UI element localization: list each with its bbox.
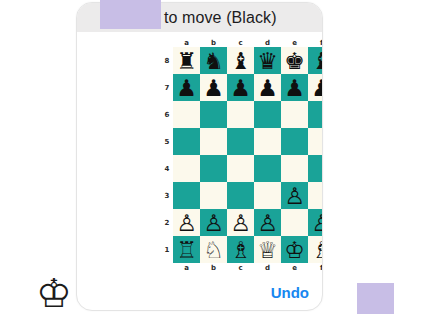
square-d8[interactable]: ♛ — [254, 47, 281, 74]
piece-black-pawn: ♟ — [227, 74, 254, 101]
piece-black-pawn: ♟ — [200, 74, 227, 101]
square-f8[interactable]: ♝ — [308, 47, 323, 74]
square-d7[interactable]: ♟ — [254, 74, 281, 101]
square-d1[interactable]: ♕ — [254, 236, 281, 263]
piece-black-king: ♚ — [281, 47, 308, 74]
piece-black-pawn: ♟ — [308, 74, 323, 101]
square-d3[interactable] — [254, 182, 281, 209]
square-a6[interactable] — [173, 101, 200, 128]
square-e8[interactable]: ♚ — [281, 47, 308, 74]
square-e2[interactable] — [281, 209, 308, 236]
piece-black-pawn: ♟ — [281, 74, 308, 101]
square-c3[interactable] — [227, 182, 254, 209]
square-e5[interactable] — [281, 128, 308, 155]
square-b1[interactable]: ♘ — [200, 236, 227, 263]
square-f5[interactable] — [308, 128, 323, 155]
piece-white-knight: ♘ — [200, 236, 227, 263]
square-c1[interactable]: ♗ — [227, 236, 254, 263]
file-label-b-top: b — [200, 38, 227, 47]
rank-label-3-left: 3 — [161, 182, 173, 209]
square-d6[interactable] — [254, 101, 281, 128]
square-a8[interactable]: ♜ — [173, 47, 200, 74]
file-label-e-top: e — [281, 38, 308, 47]
chess-message-card: to move (Black) abcdefgh8♜♞♝♛♚♝♞♜87♟♟♟♟♟… — [76, 2, 323, 311]
move-status-text: to move (Black) — [164, 9, 277, 27]
piece-white-bishop: ♗ — [227, 236, 254, 263]
chess-board: abcdefgh8♜♞♝♛♚♝♞♜87♟♟♟♟♟♟♟♟76655443♙32♙♙… — [161, 38, 323, 273]
square-c7[interactable]: ♟ — [227, 74, 254, 101]
rank-label-8-left: 8 — [161, 47, 173, 74]
square-e7[interactable]: ♟ — [281, 74, 308, 101]
board-corner — [161, 263, 173, 273]
rank-label-1-left: 1 — [161, 236, 173, 263]
file-label-a-bottom: a — [173, 263, 200, 273]
square-c8[interactable]: ♝ — [227, 47, 254, 74]
square-a2[interactable]: ♙ — [173, 209, 200, 236]
piece-white-queen: ♕ — [254, 236, 281, 263]
file-label-c-top: c — [227, 38, 254, 47]
square-a3[interactable] — [173, 182, 200, 209]
square-b5[interactable] — [200, 128, 227, 155]
square-e3[interactable]: ♙ — [281, 182, 308, 209]
piece-black-pawn: ♟ — [254, 74, 281, 101]
square-b3[interactable] — [200, 182, 227, 209]
square-f2[interactable]: ♙ — [308, 209, 323, 236]
piece-black-queen: ♛ — [254, 47, 281, 74]
square-b4[interactable] — [200, 155, 227, 182]
piece-white-rook: ♖ — [173, 236, 200, 263]
square-e1[interactable]: ♔ — [281, 236, 308, 263]
board-corner — [161, 38, 173, 47]
square-c5[interactable] — [227, 128, 254, 155]
undo-button[interactable]: Undo — [271, 284, 309, 301]
square-f3[interactable] — [308, 182, 323, 209]
square-f6[interactable] — [308, 101, 323, 128]
square-b7[interactable]: ♟ — [200, 74, 227, 101]
square-c2[interactable]: ♙ — [227, 209, 254, 236]
square-d2[interactable]: ♙ — [254, 209, 281, 236]
file-label-a-top: a — [173, 38, 200, 47]
piece-white-pawn: ♙ — [281, 182, 308, 209]
rank-label-2-left: 2 — [161, 209, 173, 236]
piece-white-bishop: ♗ — [308, 236, 323, 263]
file-label-e-bottom: e — [281, 263, 308, 273]
piece-white-pawn: ♙ — [200, 209, 227, 236]
square-f7[interactable]: ♟ — [308, 74, 323, 101]
rank-label-6-left: 6 — [161, 101, 173, 128]
square-e6[interactable] — [281, 101, 308, 128]
piece-black-knight: ♞ — [200, 47, 227, 74]
piece-white-pawn: ♙ — [308, 209, 323, 236]
square-b6[interactable] — [200, 101, 227, 128]
file-label-b-bottom: b — [200, 263, 227, 273]
square-f1[interactable]: ♗ — [308, 236, 323, 263]
piece-black-bishop: ♝ — [227, 47, 254, 74]
file-label-d-bottom: d — [254, 263, 281, 273]
piece-black-pawn: ♟ — [173, 74, 200, 101]
file-label-f-top: f — [308, 38, 323, 47]
piece-black-bishop: ♝ — [308, 47, 323, 74]
file-label-d-top: d — [254, 38, 281, 47]
square-e4[interactable] — [281, 155, 308, 182]
square-c4[interactable] — [227, 155, 254, 182]
piece-white-pawn: ♙ — [173, 209, 200, 236]
square-a4[interactable] — [173, 155, 200, 182]
piece-white-pawn: ♙ — [254, 209, 281, 236]
square-d5[interactable] — [254, 128, 281, 155]
file-label-c-bottom: c — [227, 263, 254, 273]
piece-white-pawn: ♙ — [227, 209, 254, 236]
square-f4[interactable] — [308, 155, 323, 182]
square-c6[interactable] — [227, 101, 254, 128]
rank-label-4-left: 4 — [161, 155, 173, 182]
square-a5[interactable] — [173, 128, 200, 155]
square-b8[interactable]: ♞ — [200, 47, 227, 74]
square-d4[interactable] — [254, 155, 281, 182]
square-a1[interactable]: ♖ — [173, 236, 200, 263]
redaction-block — [357, 283, 394, 314]
square-b2[interactable]: ♙ — [200, 209, 227, 236]
piece-black-rook: ♜ — [173, 47, 200, 74]
square-a7[interactable]: ♟ — [173, 74, 200, 101]
redacted-player-name — [100, 0, 161, 29]
piece-white-king: ♔ — [281, 236, 308, 263]
rank-label-5-left: 5 — [161, 128, 173, 155]
rank-label-7-left: 7 — [161, 74, 173, 101]
white-king-icon: ♔ — [36, 272, 72, 314]
file-label-f-bottom: f — [308, 263, 323, 273]
